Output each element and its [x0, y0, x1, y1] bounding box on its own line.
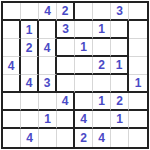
- cell-r4c2[interactable]: [21, 57, 39, 75]
- given-digit: 3: [62, 23, 69, 35]
- cell-r8c4[interactable]: [57, 129, 75, 147]
- cell-r5c8[interactable]: 1: [129, 75, 147, 93]
- given-digit: 4: [62, 95, 69, 107]
- given-digit: 2: [26, 42, 33, 54]
- puzzle-board: 423131241421431412141424: [1, 1, 149, 149]
- given-digit: 1: [80, 41, 87, 53]
- cell-r3c2[interactable]: 2: [21, 39, 39, 57]
- cell-r2c5[interactable]: [75, 21, 93, 39]
- cell-r5c1[interactable]: [3, 75, 21, 93]
- cell-r1c8[interactable]: [129, 3, 147, 21]
- cell-r7c4[interactable]: [57, 111, 75, 129]
- cell-r6c4[interactable]: 4: [57, 93, 75, 111]
- given-digit: 1: [98, 95, 105, 107]
- cell-r7c2[interactable]: [21, 111, 39, 129]
- given-digit: 2: [98, 59, 105, 71]
- cell-r8c7[interactable]: [111, 129, 129, 147]
- cell-r7c8[interactable]: [129, 111, 147, 129]
- cell-r7c1[interactable]: [3, 111, 21, 129]
- cell-r2c7[interactable]: [111, 21, 129, 39]
- cell-r5c5[interactable]: [75, 75, 93, 93]
- cell-r3c1[interactable]: [3, 39, 21, 57]
- cell-r4c5[interactable]: [75, 57, 93, 75]
- cell-r7c3[interactable]: 1: [39, 111, 57, 129]
- given-digit: 2: [116, 95, 123, 107]
- cell-r4c7[interactable]: 1: [111, 57, 129, 75]
- puzzle-screenshot: 423131241421431412141424: [0, 0, 150, 150]
- cell-r1c3[interactable]: 4: [39, 3, 57, 21]
- given-digit: 1: [116, 59, 123, 71]
- given-digit: 2: [62, 5, 69, 17]
- cell-r7c6[interactable]: [93, 111, 111, 129]
- cell-r6c6[interactable]: 1: [93, 93, 111, 111]
- cell-r6c2[interactable]: [21, 93, 39, 111]
- cell-r1c7[interactable]: 3: [111, 3, 129, 21]
- cell-r2c8[interactable]: [129, 21, 147, 39]
- cell-r4c4[interactable]: [57, 57, 75, 75]
- cell-r6c3[interactable]: [39, 93, 57, 111]
- cell-r1c6[interactable]: [93, 3, 111, 21]
- cell-r4c6[interactable]: 2: [93, 57, 111, 75]
- cell-r3c3[interactable]: 4: [39, 39, 57, 57]
- cell-r1c1[interactable]: [3, 3, 21, 21]
- given-digit: 4: [26, 77, 33, 89]
- cell-r8c6[interactable]: 4: [93, 129, 111, 147]
- given-digit: 2: [80, 132, 87, 144]
- given-digit: 4: [8, 60, 15, 72]
- given-digit: 1: [98, 23, 105, 35]
- given-digit: 3: [116, 5, 123, 17]
- cell-r6c1[interactable]: [3, 93, 21, 111]
- cell-r2c6[interactable]: 1: [93, 21, 111, 39]
- cell-r3c8[interactable]: [129, 39, 147, 57]
- cell-r8c5[interactable]: 2: [75, 129, 93, 147]
- cell-r5c7[interactable]: [111, 75, 129, 93]
- cell-r3c6[interactable]: [93, 39, 111, 57]
- cell-r6c8[interactable]: [129, 93, 147, 111]
- cell-r3c4[interactable]: [57, 39, 75, 57]
- cell-r3c5[interactable]: 1: [75, 39, 93, 57]
- cell-r6c5[interactable]: [75, 93, 93, 111]
- given-digit: 1: [116, 113, 123, 125]
- given-digit: 4: [44, 42, 51, 54]
- cell-r3c7[interactable]: [111, 39, 129, 57]
- given-digit: 1: [44, 113, 51, 125]
- cell-r4c1[interactable]: 4: [3, 57, 21, 75]
- cell-r7c5[interactable]: 4: [75, 111, 93, 129]
- cell-r5c6[interactable]: [93, 75, 111, 93]
- cell-r5c2[interactable]: 4: [21, 75, 39, 93]
- cell-r8c3[interactable]: [39, 129, 57, 147]
- cell-r8c1[interactable]: [3, 129, 21, 147]
- given-digit: 1: [135, 77, 142, 89]
- given-digit: 3: [44, 77, 51, 89]
- cell-r2c2[interactable]: 1: [21, 21, 39, 39]
- cell-r2c4[interactable]: 3: [57, 21, 75, 39]
- cell-r4c3[interactable]: [39, 57, 57, 75]
- given-digit: 4: [44, 5, 51, 17]
- cell-r8c8[interactable]: [129, 129, 147, 147]
- cell-r7c7[interactable]: 1: [111, 111, 129, 129]
- cell-r1c4[interactable]: 2: [57, 3, 75, 21]
- cell-r5c3[interactable]: 3: [39, 75, 57, 93]
- given-digit: 1: [26, 24, 33, 36]
- cell-r2c1[interactable]: [3, 21, 21, 39]
- given-digit: 4: [80, 113, 87, 125]
- given-digit: 4: [98, 132, 105, 144]
- cell-r2c3[interactable]: [39, 21, 57, 39]
- given-digit: 4: [26, 132, 33, 144]
- cell-r4c8[interactable]: [129, 57, 147, 75]
- cell-r8c2[interactable]: 4: [21, 129, 39, 147]
- cell-r5c4[interactable]: [57, 75, 75, 93]
- cell-r6c7[interactable]: 2: [111, 93, 129, 111]
- cell-r1c5[interactable]: [75, 3, 93, 21]
- cell-r1c2[interactable]: [21, 3, 39, 21]
